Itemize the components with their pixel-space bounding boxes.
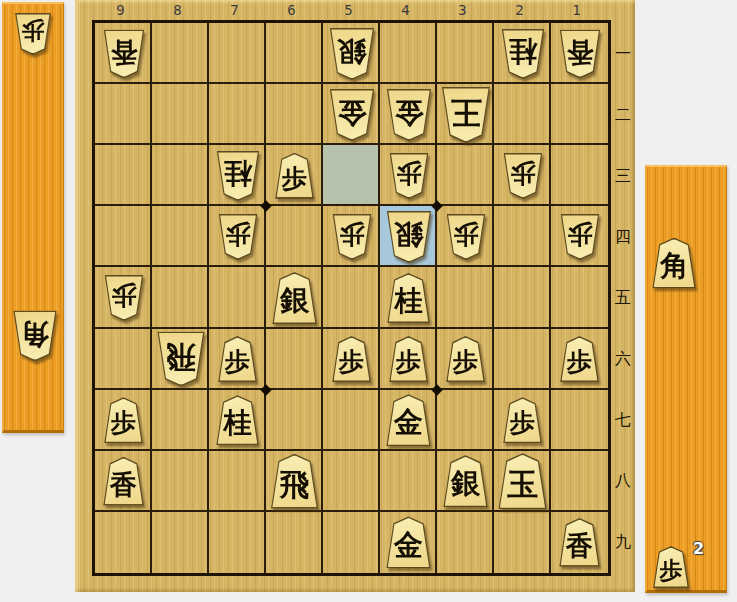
- piece-sente-45[interactable]: 桂: [386, 273, 431, 323]
- square-96[interactable]: [95, 329, 152, 390]
- piece-sente-65[interactable]: 銀: [271, 272, 318, 324]
- square-53[interactable]: [323, 145, 380, 206]
- square-15[interactable]: [551, 267, 608, 328]
- piece-sente-76[interactable]: 歩: [217, 336, 258, 382]
- piece-kanji: 金: [337, 98, 366, 132]
- square-94[interactable]: [95, 206, 152, 267]
- piece-kanji: 桂: [224, 404, 252, 437]
- square-18[interactable]: [551, 451, 608, 512]
- piece-gote-44[interactable]: 銀: [385, 211, 432, 263]
- file-label-6: 6: [263, 1, 320, 19]
- square-88[interactable]: [152, 451, 209, 512]
- rank-label-8: 八: [611, 471, 635, 492]
- piece-gote-42[interactable]: 金: [385, 89, 432, 141]
- square-31[interactable]: [437, 23, 494, 84]
- square-71[interactable]: [209, 23, 266, 84]
- square-81[interactable]: [152, 23, 209, 84]
- piece-sente-98[interactable]: 香: [102, 457, 145, 506]
- square-12[interactable]: [551, 84, 608, 145]
- rank-label-2: 二: [611, 105, 635, 126]
- square-64[interactable]: [266, 206, 323, 267]
- piece-gote-74[interactable]: 歩: [217, 214, 258, 260]
- square-87[interactable]: [152, 390, 209, 451]
- hand-gote-1[interactable]: 歩: [14, 13, 52, 55]
- piece-gote-11[interactable]: 香: [558, 29, 601, 78]
- piece-kanji: 玉: [507, 463, 538, 500]
- piece-kanji: 銀: [451, 464, 480, 498]
- piece-kanji: 金: [394, 525, 423, 559]
- piece-gote-95[interactable]: 歩: [103, 275, 144, 321]
- square-24[interactable]: [494, 206, 551, 267]
- piece-sente-19[interactable]: 香: [558, 518, 601, 567]
- piece-kanji: 金: [394, 98, 423, 132]
- file-label-7: 7: [206, 1, 263, 19]
- piece-kanji: 歩: [510, 161, 535, 191]
- square-69[interactable]: [266, 512, 323, 573]
- square-29[interactable]: [494, 512, 551, 573]
- piece-sente-16[interactable]: 歩: [559, 336, 600, 382]
- square-33[interactable]: [437, 145, 494, 206]
- piece-gote-73[interactable]: 桂: [215, 151, 260, 201]
- square-61[interactable]: [266, 23, 323, 84]
- square-78[interactable]: [209, 451, 266, 512]
- hand-sente-2[interactable]: 歩: [652, 546, 690, 588]
- piece-sente-46[interactable]: 歩: [388, 336, 429, 382]
- square-39[interactable]: [437, 512, 494, 573]
- square-92[interactable]: [95, 84, 152, 145]
- piece-gote-52[interactable]: 金: [328, 89, 375, 141]
- file-label-9: 9: [92, 1, 149, 19]
- piece-kanji: 飛: [280, 464, 310, 500]
- piece-gote-23[interactable]: 歩: [502, 153, 543, 199]
- square-22[interactable]: [494, 84, 551, 145]
- piece-kanji: 桂: [395, 281, 423, 314]
- piece-kanji: 歩: [453, 344, 478, 374]
- piece-kanji: 香: [566, 38, 593, 70]
- piece-kanji: 桂: [509, 37, 537, 70]
- piece-kanji: 香: [566, 527, 593, 559]
- piece-sente-97[interactable]: 歩: [103, 397, 144, 443]
- piece-gote-91[interactable]: 香: [102, 29, 145, 78]
- square-17[interactable]: [551, 390, 608, 451]
- rank-label-9: 九: [611, 532, 635, 553]
- square-25[interactable]: [494, 267, 551, 328]
- square-93[interactable]: [95, 145, 152, 206]
- piece-kanji: 歩: [567, 344, 592, 374]
- piece-kanji: 香: [110, 38, 137, 70]
- square-75[interactable]: [209, 267, 266, 328]
- file-label-3: 3: [434, 1, 491, 19]
- piece-kanji: 角: [21, 319, 49, 352]
- gote-captured-tray: 歩角: [2, 2, 64, 433]
- piece-gote-54[interactable]: 歩: [331, 214, 372, 260]
- piece-sente-47[interactable]: 金: [385, 394, 432, 446]
- sente-pawn-count: 2: [693, 539, 704, 558]
- piece-gote-34[interactable]: 歩: [445, 214, 486, 260]
- rank-label-7: 七: [611, 410, 635, 431]
- square-99[interactable]: [95, 512, 152, 573]
- piece-kanji: 歩: [396, 161, 421, 191]
- file-label-1: 1: [548, 1, 605, 19]
- square-72[interactable]: [209, 84, 266, 145]
- shogi-board: 香銀桂香金金王桂歩歩歩歩歩銀歩歩歩銀桂飛歩歩歩歩歩歩桂金歩香飛銀玉金香 9876…: [75, 0, 635, 592]
- piece-kanji: 金: [394, 403, 423, 437]
- piece-sente-27[interactable]: 歩: [502, 397, 543, 443]
- file-label-4: 4: [377, 1, 434, 19]
- piece-kanji: 歩: [339, 344, 364, 374]
- piece-kanji: 歩: [225, 344, 250, 374]
- square-59[interactable]: [323, 512, 380, 573]
- square-66[interactable]: [266, 329, 323, 390]
- piece-gote-86[interactable]: 飛: [156, 332, 206, 387]
- piece-gote-21[interactable]: 桂: [500, 29, 545, 79]
- square-58[interactable]: [323, 451, 380, 512]
- piece-kanji: 銀: [394, 220, 423, 254]
- piece-sente-36[interactable]: 歩: [445, 336, 486, 382]
- piece-kanji: 香: [110, 465, 137, 497]
- square-57[interactable]: [323, 390, 380, 451]
- piece-kanji: 歩: [510, 405, 535, 435]
- square-26[interactable]: [494, 329, 551, 390]
- square-83[interactable]: [152, 145, 209, 206]
- square-55[interactable]: [323, 267, 380, 328]
- square-62[interactable]: [266, 84, 323, 145]
- square-35[interactable]: [437, 267, 494, 328]
- piece-sente-63[interactable]: 歩: [274, 153, 315, 199]
- rank-label-1: 一: [611, 44, 635, 65]
- piece-kanji: 歩: [22, 20, 45, 47]
- piece-kanji: 歩: [111, 405, 136, 435]
- piece-sente-68[interactable]: 飛: [270, 454, 320, 509]
- rank-label-4: 四: [611, 227, 635, 248]
- rank-label-5: 五: [611, 288, 635, 309]
- square-82[interactable]: [152, 84, 209, 145]
- piece-kanji: 角: [660, 246, 688, 279]
- rank-label-3: 三: [611, 166, 635, 187]
- hand-sente-1[interactable]: 角: [651, 238, 697, 289]
- piece-kanji: 歩: [660, 553, 683, 580]
- square-89[interactable]: [152, 512, 209, 573]
- piece-sente-28[interactable]: 玉: [497, 453, 548, 509]
- piece-gote-43[interactable]: 歩: [388, 153, 429, 199]
- hand-gote-2[interactable]: 角: [12, 311, 58, 362]
- rank-label-6: 六: [611, 349, 635, 370]
- square-85[interactable]: [152, 267, 209, 328]
- piece-kanji: 銀: [337, 36, 366, 70]
- piece-kanji: 王: [450, 96, 481, 133]
- piece-sente-77[interactable]: 桂: [215, 395, 260, 445]
- piece-gote-51[interactable]: 銀: [328, 28, 375, 80]
- piece-kanji: 歩: [567, 222, 592, 252]
- piece-sente-49[interactable]: 金: [385, 516, 432, 568]
- square-48[interactable]: [380, 451, 437, 512]
- file-label-5: 5: [320, 1, 377, 19]
- piece-kanji: 歩: [225, 222, 250, 252]
- piece-kanji: 桂: [224, 159, 252, 192]
- piece-kanji: 歩: [111, 283, 136, 313]
- piece-gote-14[interactable]: 歩: [559, 214, 600, 260]
- square-13[interactable]: [551, 145, 608, 206]
- piece-kanji: 飛: [166, 341, 196, 377]
- piece-sente-38[interactable]: 銀: [442, 455, 489, 507]
- square-84[interactable]: [152, 206, 209, 267]
- file-label-2: 2: [491, 1, 548, 19]
- square-37[interactable]: [437, 390, 494, 451]
- file-label-8: 8: [149, 1, 206, 19]
- piece-sente-56[interactable]: 歩: [331, 336, 372, 382]
- piece-kanji: 歩: [453, 222, 478, 252]
- piece-kanji: 歩: [282, 161, 307, 191]
- piece-gote-32[interactable]: 王: [440, 87, 491, 143]
- piece-kanji: 歩: [396, 344, 421, 374]
- square-67[interactable]: [266, 390, 323, 451]
- sente-captured-tray: 角歩2: [645, 165, 727, 593]
- square-79[interactable]: [209, 512, 266, 573]
- piece-kanji: 歩: [339, 222, 364, 252]
- square-41[interactable]: [380, 23, 437, 84]
- piece-kanji: 銀: [280, 281, 309, 315]
